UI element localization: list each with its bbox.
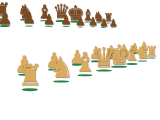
piece-black-pawn-b7: ♟ — [22, 11, 36, 26]
piece-white-knight-b1: ♞ — [48, 54, 74, 83]
piece-black-pawn-a7: ♟ — [0, 10, 12, 27]
piece-white-rook-a1: ♜ — [17, 61, 43, 90]
piece-black-pawn-g7: ♟ — [99, 17, 108, 27]
piece-black-pawn-c7: ♟ — [43, 13, 55, 27]
piece-black-pawn-f7: ♟ — [88, 16, 98, 27]
piece-black-pawn-e7: ♟ — [75, 15, 86, 27]
piece-black-pawn-d7: ♟ — [60, 14, 71, 27]
piece-black-pawn-h7: ♟ — [109, 18, 118, 28]
piece-white-bishop-c1: ♝ — [73, 49, 97, 76]
chess-set-photo: ♜♞♝♛♚♝♞♜♟♟♟♟♟♟♟♟♟♟♟♟♟♟♟♟♜♞♝♛♚♝♞♜ — [0, 0, 160, 120]
pieces-layer: ♜♞♝♛♚♝♞♜♟♟♟♟♟♟♟♟♟♟♟♟♟♟♟♟♜♞♝♛♚♝♞♜ — [0, 0, 160, 120]
